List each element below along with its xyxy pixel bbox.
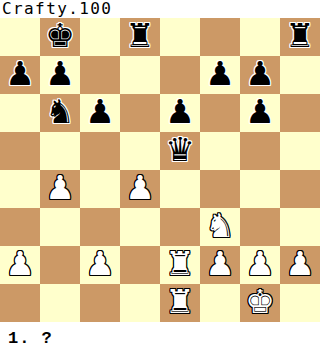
chess-board: ♚♜♜♟♟♟♟♞♟♟♟♛♟♟♞♟♟♜♟♟♟♜♚ [0, 18, 320, 322]
piece-black-pawn[interactable]: ♟ [85, 94, 115, 131]
piece-black-pawn[interactable]: ♟ [245, 94, 275, 131]
square-d3[interactable] [120, 208, 160, 246]
square-f2[interactable]: ♟ [200, 246, 240, 284]
square-g8[interactable] [240, 18, 280, 56]
piece-white-pawn[interactable]: ♟ [245, 246, 275, 283]
square-f6[interactable] [200, 94, 240, 132]
square-d4[interactable]: ♟ [120, 170, 160, 208]
square-g4[interactable] [240, 170, 280, 208]
square-b5[interactable] [40, 132, 80, 170]
piece-black-pawn[interactable]: ♟ [245, 56, 275, 93]
piece-black-king[interactable]: ♚ [45, 18, 75, 55]
piece-black-rook[interactable]: ♜ [285, 18, 315, 55]
square-d5[interactable] [120, 132, 160, 170]
square-b2[interactable] [40, 246, 80, 284]
square-h3[interactable] [280, 208, 320, 246]
square-d8[interactable]: ♜ [120, 18, 160, 56]
square-h2[interactable]: ♟ [280, 246, 320, 284]
piece-white-pawn[interactable]: ♟ [125, 170, 155, 207]
piece-black-queen[interactable]: ♛ [165, 132, 195, 169]
piece-black-rook[interactable]: ♜ [125, 18, 155, 55]
square-e6[interactable]: ♟ [160, 94, 200, 132]
square-b1[interactable] [40, 284, 80, 322]
piece-black-pawn[interactable]: ♟ [205, 56, 235, 93]
square-b3[interactable] [40, 208, 80, 246]
square-e4[interactable] [160, 170, 200, 208]
square-g3[interactable] [240, 208, 280, 246]
piece-white-pawn[interactable]: ♟ [45, 170, 75, 207]
square-g2[interactable]: ♟ [240, 246, 280, 284]
piece-black-knight[interactable]: ♞ [45, 94, 75, 131]
window-title: Crafty.100 [2, 1, 112, 17]
square-a1[interactable] [0, 284, 40, 322]
square-c8[interactable] [80, 18, 120, 56]
square-c4[interactable] [80, 170, 120, 208]
square-a5[interactable] [0, 132, 40, 170]
square-b8[interactable]: ♚ [40, 18, 80, 56]
square-e3[interactable] [160, 208, 200, 246]
square-h5[interactable] [280, 132, 320, 170]
square-e7[interactable] [160, 56, 200, 94]
square-f5[interactable] [200, 132, 240, 170]
square-d7[interactable] [120, 56, 160, 94]
square-g1[interactable]: ♚ [240, 284, 280, 322]
move-prompt: 1. ? [8, 329, 53, 349]
square-g7[interactable]: ♟ [240, 56, 280, 94]
square-a7[interactable]: ♟ [0, 56, 40, 94]
piece-black-pawn[interactable]: ♟ [165, 94, 195, 131]
square-f4[interactable] [200, 170, 240, 208]
piece-white-pawn[interactable]: ♟ [205, 246, 235, 283]
square-f1[interactable] [200, 284, 240, 322]
status-bar: 1. ? [0, 322, 320, 360]
square-h8[interactable]: ♜ [280, 18, 320, 56]
square-e2[interactable]: ♜ [160, 246, 200, 284]
square-b6[interactable]: ♞ [40, 94, 80, 132]
square-h7[interactable] [280, 56, 320, 94]
piece-white-rook[interactable]: ♜ [165, 246, 195, 283]
square-h1[interactable] [280, 284, 320, 322]
piece-white-pawn[interactable]: ♟ [5, 246, 35, 283]
piece-white-pawn[interactable]: ♟ [285, 246, 315, 283]
square-g6[interactable]: ♟ [240, 94, 280, 132]
square-d1[interactable] [120, 284, 160, 322]
square-f7[interactable]: ♟ [200, 56, 240, 94]
square-f8[interactable] [200, 18, 240, 56]
square-c5[interactable] [80, 132, 120, 170]
square-a2[interactable]: ♟ [0, 246, 40, 284]
square-e8[interactable] [160, 18, 200, 56]
square-e1[interactable]: ♜ [160, 284, 200, 322]
piece-white-knight[interactable]: ♞ [205, 208, 235, 245]
square-b7[interactable]: ♟ [40, 56, 80, 94]
piece-white-rook[interactable]: ♜ [165, 284, 195, 321]
crafty-window: Crafty.100 ♚♜♜♟♟♟♟♞♟♟♟♛♟♟♞♟♟♜♟♟♟♜♚ 1. ? [0, 0, 320, 360]
square-c2[interactable]: ♟ [80, 246, 120, 284]
piece-black-pawn[interactable]: ♟ [5, 56, 35, 93]
square-c3[interactable] [80, 208, 120, 246]
square-f3[interactable]: ♞ [200, 208, 240, 246]
title-bar: Crafty.100 [0, 0, 320, 18]
square-a4[interactable] [0, 170, 40, 208]
square-c6[interactable]: ♟ [80, 94, 120, 132]
square-c1[interactable] [80, 284, 120, 322]
piece-white-pawn[interactable]: ♟ [85, 246, 115, 283]
square-g5[interactable] [240, 132, 280, 170]
square-b4[interactable]: ♟ [40, 170, 80, 208]
square-h6[interactable] [280, 94, 320, 132]
square-d6[interactable] [120, 94, 160, 132]
square-e5[interactable]: ♛ [160, 132, 200, 170]
square-c7[interactable] [80, 56, 120, 94]
piece-white-king[interactable]: ♚ [245, 284, 275, 321]
piece-black-pawn[interactable]: ♟ [45, 56, 75, 93]
square-h4[interactable] [280, 170, 320, 208]
square-a8[interactable] [0, 18, 40, 56]
square-d2[interactable] [120, 246, 160, 284]
square-a3[interactable] [0, 208, 40, 246]
square-a6[interactable] [0, 94, 40, 132]
